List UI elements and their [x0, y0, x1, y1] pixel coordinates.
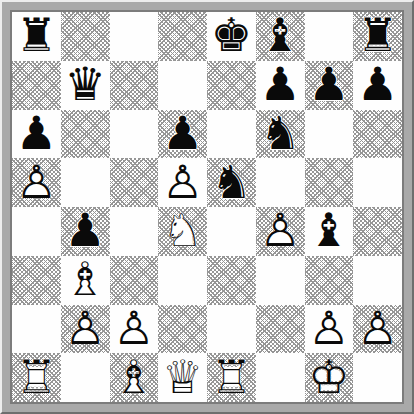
square-d5[interactable]: ♟♙: [158, 158, 207, 207]
square-e2[interactable]: [207, 305, 256, 354]
square-g2[interactable]: ♟♙: [305, 305, 354, 354]
white-pawn-icon: ♟♙: [61, 305, 110, 354]
square-f6[interactable]: ♞: [256, 110, 305, 159]
square-b1[interactable]: [61, 353, 110, 402]
square-b6[interactable]: [61, 110, 110, 159]
square-d3[interactable]: [158, 256, 207, 305]
square-b7[interactable]: ♛: [61, 61, 110, 110]
square-c4[interactable]: [110, 207, 159, 256]
square-f5[interactable]: [256, 158, 305, 207]
square-h4[interactable]: [353, 207, 402, 256]
square-f7[interactable]: ♟: [256, 61, 305, 110]
square-h8[interactable]: ♜: [353, 12, 402, 61]
square-e6[interactable]: [207, 110, 256, 159]
square-b4[interactable]: ♟: [61, 207, 110, 256]
square-g8[interactable]: [305, 12, 354, 61]
square-h6[interactable]: [353, 110, 402, 159]
square-c7[interactable]: [110, 61, 159, 110]
square-f1[interactable]: [256, 353, 305, 402]
white-pawn-icon: ♟♙: [110, 305, 159, 354]
black-knight-icon: ♞: [207, 158, 256, 207]
square-g1[interactable]: ♚♔: [305, 353, 354, 402]
square-c6[interactable]: [110, 110, 159, 159]
white-pawn-icon: ♟♙: [12, 158, 61, 207]
square-g3[interactable]: [305, 256, 354, 305]
black-pawn-icon: ♟: [256, 61, 305, 110]
square-a1[interactable]: ♜♖: [12, 353, 61, 402]
black-rook-icon: ♜: [353, 12, 402, 61]
black-bishop-icon: ♝: [256, 12, 305, 61]
square-f4[interactable]: ♟♙: [256, 207, 305, 256]
square-a3[interactable]: [12, 256, 61, 305]
square-f8[interactable]: ♝: [256, 12, 305, 61]
square-f2[interactable]: [256, 305, 305, 354]
square-e7[interactable]: [207, 61, 256, 110]
square-f3[interactable]: [256, 256, 305, 305]
square-a2[interactable]: [12, 305, 61, 354]
square-a4[interactable]: [12, 207, 61, 256]
square-h3[interactable]: [353, 256, 402, 305]
square-d8[interactable]: [158, 12, 207, 61]
square-d7[interactable]: [158, 61, 207, 110]
square-a6[interactable]: ♟: [12, 110, 61, 159]
square-d4[interactable]: ♞♘: [158, 207, 207, 256]
black-queen-icon: ♛: [61, 61, 110, 110]
white-king-icon: ♚♔: [305, 353, 354, 402]
square-e4[interactable]: [207, 207, 256, 256]
square-c2[interactable]: ♟♙: [110, 305, 159, 354]
black-knight-icon: ♞: [256, 110, 305, 159]
white-rook-icon: ♜♖: [12, 353, 61, 402]
black-bishop-icon: ♝: [305, 207, 354, 256]
square-c1[interactable]: ♝♗: [110, 353, 159, 402]
square-e5[interactable]: ♞: [207, 158, 256, 207]
square-c5[interactable]: [110, 158, 159, 207]
square-c8[interactable]: [110, 12, 159, 61]
chess-board: ♜♚♝♜♛♟♟♟♟♟♞♟♙♟♙♞♟♞♘♟♙♝♝♗♟♙♟♙♟♙♟♙♜♖♝♗♛♕♜♖…: [12, 12, 402, 402]
square-g4[interactable]: ♝: [305, 207, 354, 256]
square-h7[interactable]: ♟: [353, 61, 402, 110]
square-a8[interactable]: ♜: [12, 12, 61, 61]
black-pawn-icon: ♟: [158, 110, 207, 159]
white-rook-icon: ♜♖: [207, 353, 256, 402]
black-pawn-icon: ♟: [12, 110, 61, 159]
square-h5[interactable]: [353, 158, 402, 207]
white-pawn-icon: ♟♙: [353, 305, 402, 354]
black-pawn-icon: ♟: [353, 61, 402, 110]
white-pawn-icon: ♟♙: [305, 305, 354, 354]
black-rook-icon: ♜: [12, 12, 61, 61]
square-b5[interactable]: [61, 158, 110, 207]
square-h1[interactable]: [353, 353, 402, 402]
square-d2[interactable]: [158, 305, 207, 354]
white-bishop-icon: ♝♗: [110, 353, 159, 402]
square-e8[interactable]: ♚: [207, 12, 256, 61]
square-e1[interactable]: ♜♖: [207, 353, 256, 402]
white-queen-icon: ♛♕: [158, 353, 207, 402]
black-pawn-icon: ♟: [305, 61, 354, 110]
white-bishop-icon: ♝♗: [61, 256, 110, 305]
diagram-frame: ♜♚♝♜♛♟♟♟♟♟♞♟♙♟♙♞♟♞♘♟♙♝♝♗♟♙♟♙♟♙♟♙♜♖♝♗♛♕♜♖…: [0, 0, 414, 414]
square-a5[interactable]: ♟♙: [12, 158, 61, 207]
square-g6[interactable]: [305, 110, 354, 159]
board-inner-border: ♜♚♝♜♛♟♟♟♟♟♞♟♙♟♙♞♟♞♘♟♙♝♝♗♟♙♟♙♟♙♟♙♜♖♝♗♛♕♜♖…: [10, 10, 404, 404]
white-pawn-icon: ♟♙: [256, 207, 305, 256]
square-b2[interactable]: ♟♙: [61, 305, 110, 354]
square-g5[interactable]: [305, 158, 354, 207]
square-d6[interactable]: ♟: [158, 110, 207, 159]
square-c3[interactable]: [110, 256, 159, 305]
white-knight-icon: ♞♘: [158, 207, 207, 256]
square-b8[interactable]: [61, 12, 110, 61]
white-pawn-icon: ♟♙: [158, 158, 207, 207]
square-e3[interactable]: [207, 256, 256, 305]
square-a7[interactable]: [12, 61, 61, 110]
square-h2[interactable]: ♟♙: [353, 305, 402, 354]
square-d1[interactable]: ♛♕: [158, 353, 207, 402]
square-g7[interactable]: ♟: [305, 61, 354, 110]
square-b3[interactable]: ♝♗: [61, 256, 110, 305]
black-pawn-icon: ♟: [61, 207, 110, 256]
black-king-icon: ♚: [207, 12, 256, 61]
